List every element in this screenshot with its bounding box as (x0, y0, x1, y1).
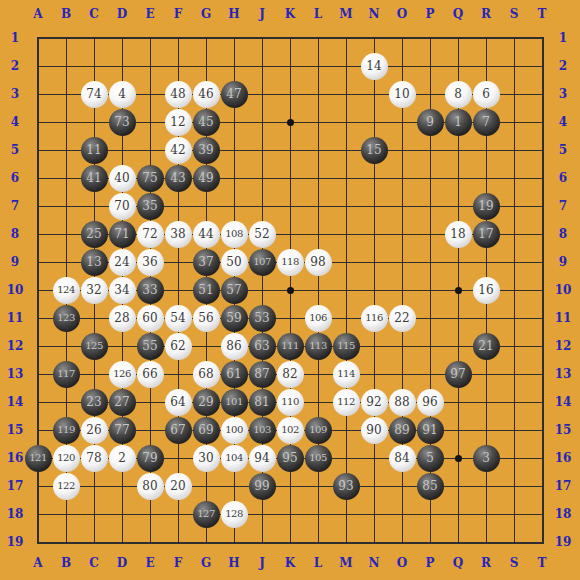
intersection-Q11[interactable] (444, 304, 472, 332)
intersection-N3[interactable] (360, 80, 388, 108)
stone-black-C6[interactable]: 41 (81, 165, 108, 192)
intersection-Q7[interactable] (444, 192, 472, 220)
intersection-D18[interactable] (108, 500, 136, 528)
intersection-L1[interactable] (304, 24, 332, 52)
stone-white-F12[interactable]: 62 (165, 333, 192, 360)
intersection-F14[interactable]: 64 (164, 388, 192, 416)
intersection-T6[interactable] (528, 164, 556, 192)
stone-black-G15[interactable]: 69 (193, 417, 220, 444)
intersection-J19[interactable] (248, 528, 276, 556)
stone-white-O11[interactable]: 22 (389, 305, 416, 332)
intersection-E1[interactable] (136, 24, 164, 52)
intersection-C15[interactable]: 26 (80, 416, 108, 444)
intersection-E6[interactable]: 75 (136, 164, 164, 192)
intersection-L10[interactable] (304, 276, 332, 304)
intersection-J8[interactable]: 52 (248, 220, 276, 248)
intersection-Q13[interactable]: 97 (444, 360, 472, 388)
intersection-T9[interactable] (528, 248, 556, 276)
stone-white-F5[interactable]: 42 (165, 137, 192, 164)
intersection-H1[interactable] (220, 24, 248, 52)
intersection-O10[interactable] (388, 276, 416, 304)
intersection-K7[interactable] (276, 192, 304, 220)
intersection-G12[interactable] (192, 332, 220, 360)
intersection-S5[interactable] (500, 136, 528, 164)
intersection-D3[interactable]: 4 (108, 80, 136, 108)
stone-white-N15[interactable]: 90 (361, 417, 388, 444)
intersection-C13[interactable] (80, 360, 108, 388)
intersection-P14[interactable]: 96 (416, 388, 444, 416)
intersection-R6[interactable] (472, 164, 500, 192)
intersection-E19[interactable] (136, 528, 164, 556)
intersection-O4[interactable] (388, 108, 416, 136)
intersection-M13[interactable]: 114 (332, 360, 360, 388)
intersection-R15[interactable] (472, 416, 500, 444)
intersection-F12[interactable]: 62 (164, 332, 192, 360)
intersection-A7[interactable] (24, 192, 52, 220)
intersection-H7[interactable] (220, 192, 248, 220)
stone-white-B16[interactable]: 120 (53, 445, 80, 472)
stone-white-D13[interactable]: 126 (109, 361, 136, 388)
intersection-Q16[interactable] (444, 444, 472, 472)
intersection-O7[interactable] (388, 192, 416, 220)
intersection-D2[interactable] (108, 52, 136, 80)
intersection-G14[interactable]: 29 (192, 388, 220, 416)
intersection-M5[interactable] (332, 136, 360, 164)
intersection-E7[interactable]: 35 (136, 192, 164, 220)
intersection-T2[interactable] (528, 52, 556, 80)
intersection-N9[interactable] (360, 248, 388, 276)
intersection-K2[interactable] (276, 52, 304, 80)
intersection-C12[interactable]: 125 (80, 332, 108, 360)
intersection-P11[interactable] (416, 304, 444, 332)
stone-white-D9[interactable]: 24 (109, 249, 136, 276)
intersection-M10[interactable] (332, 276, 360, 304)
intersection-S14[interactable] (500, 388, 528, 416)
intersection-N4[interactable] (360, 108, 388, 136)
intersection-G10[interactable]: 51 (192, 276, 220, 304)
intersection-E14[interactable] (136, 388, 164, 416)
intersection-S1[interactable] (500, 24, 528, 52)
intersection-R10[interactable]: 16 (472, 276, 500, 304)
intersection-F15[interactable]: 67 (164, 416, 192, 444)
stone-black-M12[interactable]: 115 (333, 333, 360, 360)
intersection-N2[interactable]: 14 (360, 52, 388, 80)
intersection-S12[interactable] (500, 332, 528, 360)
intersection-M1[interactable] (332, 24, 360, 52)
stone-black-H13[interactable]: 61 (221, 361, 248, 388)
intersection-Q12[interactable] (444, 332, 472, 360)
intersection-Q17[interactable] (444, 472, 472, 500)
stone-white-C10[interactable]: 32 (81, 277, 108, 304)
stone-black-G10[interactable]: 51 (193, 277, 220, 304)
intersection-D8[interactable]: 71 (108, 220, 136, 248)
stone-white-H12[interactable]: 86 (221, 333, 248, 360)
intersection-T14[interactable] (528, 388, 556, 416)
intersection-R1[interactable] (472, 24, 500, 52)
stone-white-D11[interactable]: 28 (109, 305, 136, 332)
intersection-D1[interactable] (108, 24, 136, 52)
stone-white-F8[interactable]: 38 (165, 221, 192, 248)
intersection-J6[interactable] (248, 164, 276, 192)
intersection-H13[interactable]: 61 (220, 360, 248, 388)
stone-black-C8[interactable]: 25 (81, 221, 108, 248)
intersection-K13[interactable]: 82 (276, 360, 304, 388)
intersection-H8[interactable]: 108 (220, 220, 248, 248)
stone-white-L11[interactable]: 106 (305, 305, 332, 332)
intersection-C17[interactable] (80, 472, 108, 500)
stone-white-R10[interactable]: 16 (473, 277, 500, 304)
intersection-O12[interactable] (388, 332, 416, 360)
intersection-B18[interactable] (52, 500, 80, 528)
stone-black-D14[interactable]: 27 (109, 389, 136, 416)
intersection-K5[interactable] (276, 136, 304, 164)
stone-white-H9[interactable]: 50 (221, 249, 248, 276)
intersection-P5[interactable] (416, 136, 444, 164)
intersection-R11[interactable] (472, 304, 500, 332)
intersection-D16[interactable]: 2 (108, 444, 136, 472)
intersection-O18[interactable] (388, 500, 416, 528)
intersection-E15[interactable] (136, 416, 164, 444)
intersection-E4[interactable] (136, 108, 164, 136)
stone-white-Q3[interactable]: 8 (445, 81, 472, 108)
intersection-C9[interactable]: 13 (80, 248, 108, 276)
intersection-J2[interactable] (248, 52, 276, 80)
stone-black-L16[interactable]: 105 (305, 445, 332, 472)
intersection-P4[interactable]: 9 (416, 108, 444, 136)
intersection-F17[interactable]: 20 (164, 472, 192, 500)
intersection-Q14[interactable] (444, 388, 472, 416)
intersection-A18[interactable] (24, 500, 52, 528)
intersection-T19[interactable] (528, 528, 556, 556)
intersection-J17[interactable]: 99 (248, 472, 276, 500)
intersection-N19[interactable] (360, 528, 388, 556)
stone-white-H8[interactable]: 108 (221, 221, 248, 248)
intersection-E12[interactable]: 55 (136, 332, 164, 360)
intersection-T10[interactable] (528, 276, 556, 304)
intersection-O9[interactable] (388, 248, 416, 276)
intersection-G7[interactable] (192, 192, 220, 220)
stone-black-P4[interactable]: 9 (417, 109, 444, 136)
stone-white-M13[interactable]: 114 (333, 361, 360, 388)
stone-black-L15[interactable]: 109 (305, 417, 332, 444)
intersection-A3[interactable] (24, 80, 52, 108)
intersection-T3[interactable] (528, 80, 556, 108)
intersection-L16[interactable]: 105 (304, 444, 332, 472)
stone-black-E6[interactable]: 75 (137, 165, 164, 192)
stone-white-G3[interactable]: 46 (193, 81, 220, 108)
intersection-N10[interactable] (360, 276, 388, 304)
intersection-S11[interactable] (500, 304, 528, 332)
intersection-P9[interactable] (416, 248, 444, 276)
intersection-E8[interactable]: 72 (136, 220, 164, 248)
stone-white-K15[interactable]: 102 (277, 417, 304, 444)
intersection-F6[interactable]: 43 (164, 164, 192, 192)
intersection-F5[interactable]: 42 (164, 136, 192, 164)
intersection-J13[interactable]: 87 (248, 360, 276, 388)
intersection-A11[interactable] (24, 304, 52, 332)
stone-black-F15[interactable]: 67 (165, 417, 192, 444)
intersection-C6[interactable]: 41 (80, 164, 108, 192)
stone-black-H10[interactable]: 57 (221, 277, 248, 304)
intersection-C1[interactable] (80, 24, 108, 52)
stone-white-G13[interactable]: 68 (193, 361, 220, 388)
intersection-A14[interactable] (24, 388, 52, 416)
intersection-D12[interactable] (108, 332, 136, 360)
stone-white-N2[interactable]: 14 (361, 53, 388, 80)
intersection-B16[interactable]: 120 (52, 444, 80, 472)
intersection-P3[interactable] (416, 80, 444, 108)
intersection-Q10[interactable] (444, 276, 472, 304)
stone-black-G9[interactable]: 37 (193, 249, 220, 276)
intersection-Q18[interactable] (444, 500, 472, 528)
intersection-T18[interactable] (528, 500, 556, 528)
stone-white-E9[interactable]: 36 (137, 249, 164, 276)
stone-white-C16[interactable]: 78 (81, 445, 108, 472)
intersection-J15[interactable]: 103 (248, 416, 276, 444)
intersection-L12[interactable]: 113 (304, 332, 332, 360)
intersection-P16[interactable]: 5 (416, 444, 444, 472)
intersection-G4[interactable]: 45 (192, 108, 220, 136)
intersection-J12[interactable]: 63 (248, 332, 276, 360)
intersection-F19[interactable] (164, 528, 192, 556)
intersection-G11[interactable]: 56 (192, 304, 220, 332)
stone-white-O16[interactable]: 84 (389, 445, 416, 472)
intersection-B9[interactable] (52, 248, 80, 276)
intersection-N6[interactable] (360, 164, 388, 192)
intersection-B6[interactable] (52, 164, 80, 192)
stone-white-J8[interactable]: 52 (249, 221, 276, 248)
intersection-R5[interactable] (472, 136, 500, 164)
intersection-L11[interactable]: 106 (304, 304, 332, 332)
stone-white-K14[interactable]: 110 (277, 389, 304, 416)
intersection-A12[interactable] (24, 332, 52, 360)
intersection-B7[interactable] (52, 192, 80, 220)
intersection-P13[interactable] (416, 360, 444, 388)
intersection-D6[interactable]: 40 (108, 164, 136, 192)
intersection-F10[interactable] (164, 276, 192, 304)
stone-black-E12[interactable]: 55 (137, 333, 164, 360)
intersection-O17[interactable] (388, 472, 416, 500)
stone-white-K13[interactable]: 82 (277, 361, 304, 388)
intersection-T13[interactable] (528, 360, 556, 388)
intersection-T7[interactable] (528, 192, 556, 220)
intersection-H6[interactable] (220, 164, 248, 192)
intersection-Q1[interactable] (444, 24, 472, 52)
intersection-L4[interactable] (304, 108, 332, 136)
intersection-A17[interactable] (24, 472, 52, 500)
intersection-L6[interactable] (304, 164, 332, 192)
intersection-S15[interactable] (500, 416, 528, 444)
intersection-R8[interactable]: 17 (472, 220, 500, 248)
intersection-K6[interactable] (276, 164, 304, 192)
intersection-E11[interactable]: 60 (136, 304, 164, 332)
intersection-C8[interactable]: 25 (80, 220, 108, 248)
intersection-G19[interactable] (192, 528, 220, 556)
intersection-R3[interactable]: 6 (472, 80, 500, 108)
stone-white-B10[interactable]: 124 (53, 277, 80, 304)
intersection-C5[interactable]: 11 (80, 136, 108, 164)
intersection-H4[interactable] (220, 108, 248, 136)
intersection-C19[interactable] (80, 528, 108, 556)
intersection-F9[interactable] (164, 248, 192, 276)
intersection-T17[interactable] (528, 472, 556, 500)
intersection-M6[interactable] (332, 164, 360, 192)
intersection-E9[interactable]: 36 (136, 248, 164, 276)
intersection-K17[interactable] (276, 472, 304, 500)
intersection-G3[interactable]: 46 (192, 80, 220, 108)
intersection-E2[interactable] (136, 52, 164, 80)
stone-white-G16[interactable]: 30 (193, 445, 220, 472)
intersection-C14[interactable]: 23 (80, 388, 108, 416)
intersection-N16[interactable] (360, 444, 388, 472)
stone-black-Q4[interactable]: 1 (445, 109, 472, 136)
intersection-F16[interactable] (164, 444, 192, 472)
intersection-R18[interactable] (472, 500, 500, 528)
intersection-B1[interactable] (52, 24, 80, 52)
intersection-Q3[interactable]: 8 (444, 80, 472, 108)
intersection-E10[interactable]: 33 (136, 276, 164, 304)
stone-black-G14[interactable]: 29 (193, 389, 220, 416)
intersection-M12[interactable]: 115 (332, 332, 360, 360)
intersection-A9[interactable] (24, 248, 52, 276)
intersection-T16[interactable] (528, 444, 556, 472)
intersection-J16[interactable]: 94 (248, 444, 276, 472)
intersection-L17[interactable] (304, 472, 332, 500)
stone-black-J13[interactable]: 87 (249, 361, 276, 388)
stone-white-H15[interactable]: 100 (221, 417, 248, 444)
intersection-J1[interactable] (248, 24, 276, 52)
intersection-M16[interactable] (332, 444, 360, 472)
intersection-B19[interactable] (52, 528, 80, 556)
intersection-C10[interactable]: 32 (80, 276, 108, 304)
intersection-A13[interactable] (24, 360, 52, 388)
intersection-H15[interactable]: 100 (220, 416, 248, 444)
stone-white-B17[interactable]: 122 (53, 473, 80, 500)
intersection-G1[interactable] (192, 24, 220, 52)
intersection-R7[interactable]: 19 (472, 192, 500, 220)
intersection-N8[interactable] (360, 220, 388, 248)
intersection-O3[interactable]: 10 (388, 80, 416, 108)
intersection-Q2[interactable] (444, 52, 472, 80)
intersection-A10[interactable] (24, 276, 52, 304)
intersection-D13[interactable]: 126 (108, 360, 136, 388)
stone-black-E10[interactable]: 33 (137, 277, 164, 304)
intersection-T4[interactable] (528, 108, 556, 136)
intersection-N1[interactable] (360, 24, 388, 52)
intersection-R9[interactable] (472, 248, 500, 276)
intersection-M3[interactable] (332, 80, 360, 108)
intersection-G18[interactable]: 127 (192, 500, 220, 528)
intersection-D5[interactable] (108, 136, 136, 164)
intersection-L2[interactable] (304, 52, 332, 80)
stone-black-R8[interactable]: 17 (473, 221, 500, 248)
intersection-T8[interactable] (528, 220, 556, 248)
stone-white-F11[interactable]: 54 (165, 305, 192, 332)
stone-white-E13[interactable]: 66 (137, 361, 164, 388)
intersection-L3[interactable] (304, 80, 332, 108)
intersection-M7[interactable] (332, 192, 360, 220)
intersection-M15[interactable] (332, 416, 360, 444)
stone-white-D3[interactable]: 4 (109, 81, 136, 108)
intersection-C2[interactable] (80, 52, 108, 80)
intersection-J11[interactable]: 53 (248, 304, 276, 332)
intersection-S19[interactable] (500, 528, 528, 556)
intersection-A16[interactable]: 121 (24, 444, 52, 472)
stone-black-N5[interactable]: 15 (361, 137, 388, 164)
intersection-A6[interactable] (24, 164, 52, 192)
stone-black-H3[interactable]: 47 (221, 81, 248, 108)
stone-black-C14[interactable]: 23 (81, 389, 108, 416)
intersection-O15[interactable]: 89 (388, 416, 416, 444)
intersection-S8[interactable] (500, 220, 528, 248)
intersection-D4[interactable]: 73 (108, 108, 136, 136)
intersection-K12[interactable]: 111 (276, 332, 304, 360)
stone-black-P16[interactable]: 5 (417, 445, 444, 472)
stone-white-C15[interactable]: 26 (81, 417, 108, 444)
intersection-O1[interactable] (388, 24, 416, 52)
intersection-G13[interactable]: 68 (192, 360, 220, 388)
intersection-P8[interactable] (416, 220, 444, 248)
intersection-K16[interactable]: 95 (276, 444, 304, 472)
intersection-D14[interactable]: 27 (108, 388, 136, 416)
intersection-A8[interactable] (24, 220, 52, 248)
intersection-S3[interactable] (500, 80, 528, 108)
stone-white-F17[interactable]: 20 (165, 473, 192, 500)
stone-black-R12[interactable]: 21 (473, 333, 500, 360)
intersection-P7[interactable] (416, 192, 444, 220)
intersection-G5[interactable]: 39 (192, 136, 220, 164)
intersection-R16[interactable]: 3 (472, 444, 500, 472)
intersection-R4[interactable]: 7 (472, 108, 500, 136)
intersection-M4[interactable] (332, 108, 360, 136)
stone-white-D7[interactable]: 70 (109, 193, 136, 220)
intersection-H19[interactable] (220, 528, 248, 556)
stone-black-C5[interactable]: 11 (81, 137, 108, 164)
intersection-H16[interactable]: 104 (220, 444, 248, 472)
stone-black-K16[interactable]: 95 (277, 445, 304, 472)
stone-white-K9[interactable]: 118 (277, 249, 304, 276)
stone-black-H14[interactable]: 101 (221, 389, 248, 416)
stone-black-P15[interactable]: 91 (417, 417, 444, 444)
intersection-J4[interactable] (248, 108, 276, 136)
intersection-M9[interactable] (332, 248, 360, 276)
stone-black-D4[interactable]: 73 (109, 109, 136, 136)
intersection-N18[interactable] (360, 500, 388, 528)
intersection-C4[interactable] (80, 108, 108, 136)
stone-white-L9[interactable]: 98 (305, 249, 332, 276)
intersection-G9[interactable]: 37 (192, 248, 220, 276)
stone-white-N11[interactable]: 116 (361, 305, 388, 332)
intersection-M19[interactable] (332, 528, 360, 556)
stone-white-Q8[interactable]: 18 (445, 221, 472, 248)
stone-black-H11[interactable]: 59 (221, 305, 248, 332)
intersection-S17[interactable] (500, 472, 528, 500)
intersection-L7[interactable] (304, 192, 332, 220)
intersection-A19[interactable] (24, 528, 52, 556)
intersection-K11[interactable] (276, 304, 304, 332)
intersection-H10[interactable]: 57 (220, 276, 248, 304)
stone-black-C9[interactable]: 13 (81, 249, 108, 276)
intersection-K14[interactable]: 110 (276, 388, 304, 416)
intersection-Q15[interactable] (444, 416, 472, 444)
intersection-N5[interactable]: 15 (360, 136, 388, 164)
stone-white-D6[interactable]: 40 (109, 165, 136, 192)
intersection-H17[interactable] (220, 472, 248, 500)
stone-white-D10[interactable]: 34 (109, 277, 136, 304)
stone-black-B11[interactable]: 123 (53, 305, 80, 332)
intersection-J3[interactable] (248, 80, 276, 108)
stone-black-G4[interactable]: 45 (193, 109, 220, 136)
